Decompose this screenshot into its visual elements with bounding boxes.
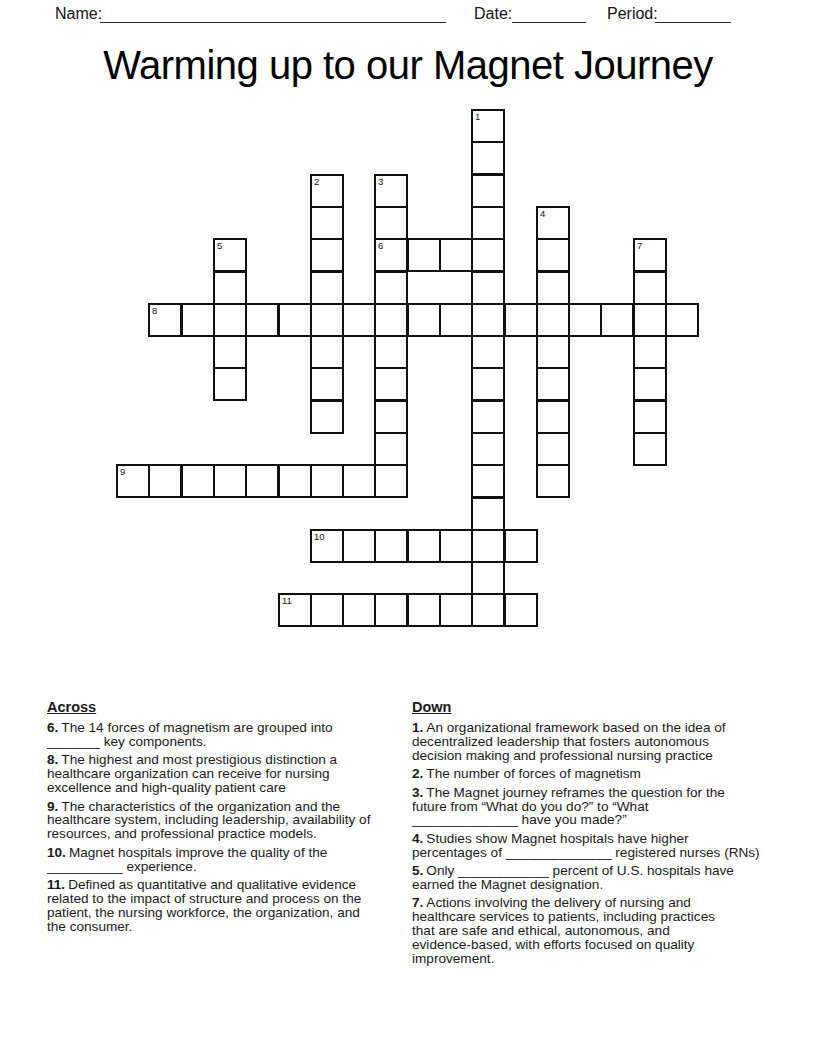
grid-cell[interactable]: 5: [213, 238, 247, 272]
grid-cell[interactable]: [342, 593, 376, 627]
clue-text: Actions involving the delivery of nursin…: [412, 895, 715, 966]
clue-text: Studies show Magnet hospitals have highe…: [412, 831, 760, 860]
clue: 1.An organizational framework based on t…: [412, 721, 784, 763]
grid-cell[interactable]: [471, 367, 505, 401]
grid-cell[interactable]: [181, 464, 215, 498]
grid-cell[interactable]: [471, 206, 505, 240]
clue-text: Magnet hospitals improve the quality of …: [47, 845, 327, 874]
period-label: Period:: [607, 5, 658, 23]
clue-text: The number of forces of magnetism: [426, 766, 641, 781]
grid-cell[interactable]: [471, 561, 505, 595]
grid-cell[interactable]: [633, 303, 667, 337]
clue-number-label: 7: [637, 240, 642, 251]
grid-cell[interactable]: [439, 303, 473, 337]
grid-cell[interactable]: [633, 271, 667, 305]
grid-cell[interactable]: [633, 367, 667, 401]
clue: 8.The highest and most prestigious disti…: [47, 753, 413, 795]
grid-cell[interactable]: [471, 238, 505, 272]
clue-number: 1.: [412, 720, 426, 735]
clue: 11.Defined as quantitative and qualitati…: [47, 878, 413, 934]
clue: 6.The 14 forces of magnetism are grouped…: [47, 721, 413, 749]
clue-number: 4.: [412, 831, 426, 846]
grid-cell[interactable]: [245, 303, 279, 337]
clue-number: 2.: [412, 766, 426, 781]
grid-cell[interactable]: [310, 271, 344, 305]
grid-cell[interactable]: [439, 529, 473, 563]
clue-number-label: 9: [120, 466, 125, 477]
grid-cell[interactable]: [213, 303, 247, 337]
grid-cell[interactable]: [471, 303, 505, 337]
clue-number-label: 5: [217, 240, 222, 251]
name-blank-line[interactable]: [100, 6, 446, 23]
down-clue-list: 1.An organizational framework based on t…: [412, 721, 784, 966]
grid-cell[interactable]: 1: [471, 109, 505, 143]
grid-cell[interactable]: [374, 400, 408, 434]
grid-cell[interactable]: [568, 303, 602, 337]
grid-cell[interactable]: 9: [116, 464, 150, 498]
across-clues-section: Across 6.The 14 forces of magnetism are …: [47, 699, 413, 938]
grid-cell[interactable]: 3: [374, 174, 408, 208]
grid-cell[interactable]: [342, 464, 376, 498]
clue-number-label: 11: [282, 595, 292, 606]
grid-cell[interactable]: [633, 400, 667, 434]
grid-cell[interactable]: 11: [278, 593, 312, 627]
clue: 7.Actions involving the delivery of nurs…: [412, 896, 784, 966]
clue-number-label: 6: [378, 240, 383, 251]
grid-cell[interactable]: 8: [148, 303, 182, 337]
grid-cell[interactable]: [278, 303, 312, 337]
across-clue-list: 6.The 14 forces of magnetism are grouped…: [47, 721, 413, 934]
grid-cell[interactable]: [600, 303, 634, 337]
grid-cell[interactable]: [471, 593, 505, 627]
clue-number: 8.: [47, 752, 61, 767]
grid-cell[interactable]: [374, 432, 408, 466]
grid-cell[interactable]: [374, 593, 408, 627]
grid-cell[interactable]: [374, 464, 408, 498]
grid-cell[interactable]: [374, 206, 408, 240]
grid-cell[interactable]: [342, 529, 376, 563]
grid-cell[interactable]: [471, 335, 505, 369]
grid-cell[interactable]: [407, 593, 441, 627]
clue-number-label: 10: [314, 531, 325, 542]
period-blank-line[interactable]: [655, 6, 731, 23]
grid-cell[interactable]: [665, 303, 699, 337]
grid-cell[interactable]: [471, 141, 505, 175]
clue: 2.The number of forces of magnetism: [412, 767, 784, 781]
clue-number: 3.: [412, 785, 426, 800]
clue-number-label: 4: [540, 208, 545, 219]
down-header: Down: [412, 699, 784, 715]
date-label: Date:: [474, 5, 512, 23]
grid-cell[interactable]: [374, 271, 408, 305]
grid-cell[interactable]: [181, 303, 215, 337]
clue-number: 9.: [47, 799, 61, 814]
grid-cell[interactable]: [471, 464, 505, 498]
clue: 4.Studies show Magnet hospitals have hig…: [412, 832, 784, 860]
grid-cell[interactable]: [148, 464, 182, 498]
grid-cell[interactable]: [374, 367, 408, 401]
clue-text: The characteristics of the organization …: [47, 799, 370, 842]
grid-cell[interactable]: [310, 464, 344, 498]
clue-text: Only ____________ percent of U.S. hospit…: [412, 863, 734, 892]
grid-cell[interactable]: [633, 432, 667, 466]
crossword-grid: 1234567891011: [117, 110, 717, 640]
clue-number: 6.: [47, 720, 61, 735]
clue-number-label: 1: [475, 111, 480, 122]
grid-cell[interactable]: [504, 303, 538, 337]
grid-cell[interactable]: 2: [310, 174, 344, 208]
clue-text: Defined as quantitative and qualitative …: [47, 877, 361, 934]
grid-cell[interactable]: [374, 529, 408, 563]
grid-cell[interactable]: [245, 464, 279, 498]
grid-cell[interactable]: 10: [310, 529, 344, 563]
across-header: Across: [47, 699, 413, 715]
clue-number: 10.: [47, 845, 69, 860]
clue-text: An organizational framework based on the…: [412, 720, 726, 763]
grid-cell[interactable]: [374, 335, 408, 369]
name-label: Name:: [55, 5, 102, 23]
grid-cell[interactable]: [310, 238, 344, 272]
grid-cell[interactable]: [536, 464, 570, 498]
grid-cell[interactable]: 4: [536, 206, 570, 240]
grid-cell[interactable]: [536, 271, 570, 305]
grid-cell[interactable]: [536, 400, 570, 434]
grid-cell[interactable]: [213, 335, 247, 369]
grid-cell[interactable]: [374, 303, 408, 337]
grid-cell[interactable]: [536, 238, 570, 272]
grid-cell[interactable]: [471, 432, 505, 466]
grid-cell[interactable]: [536, 367, 570, 401]
grid-cell[interactable]: [536, 432, 570, 466]
grid-cell[interactable]: [213, 464, 247, 498]
grid-cell[interactable]: [407, 303, 441, 337]
clue-text: The Magnet journey reframes the question…: [412, 785, 725, 828]
grid-cell[interactable]: [310, 335, 344, 369]
clue: 5.Only ____________ percent of U.S. hosp…: [412, 864, 784, 892]
grid-cell[interactable]: 6: [374, 238, 408, 272]
grid-cell[interactable]: [278, 464, 312, 498]
grid-cell[interactable]: [471, 400, 505, 434]
grid-cell[interactable]: [471, 271, 505, 305]
clue-number: 7.: [412, 895, 426, 910]
clue-text: The highest and most prestigious distinc…: [47, 752, 337, 795]
grid-cell[interactable]: [310, 400, 344, 434]
grid-cell[interactable]: [471, 174, 505, 208]
clue-text: The 14 forces of magnetism are grouped i…: [47, 720, 333, 749]
clue-number-label: 3: [378, 176, 383, 187]
grid-cell[interactable]: [471, 497, 505, 531]
grid-cell[interactable]: [342, 303, 376, 337]
grid-cell[interactable]: [407, 529, 441, 563]
grid-cell[interactable]: [213, 271, 247, 305]
clue-number: 11.: [47, 877, 68, 892]
grid-cell[interactable]: [213, 367, 247, 401]
grid-cell[interactable]: [439, 238, 473, 272]
page-title: Warming up to our Magnet Journey: [0, 42, 816, 88]
grid-cell[interactable]: [471, 529, 505, 563]
worksheet-page: Name: Date: Period: Warming up to our Ma…: [0, 0, 816, 1056]
grid-cell[interactable]: [310, 367, 344, 401]
grid-cell[interactable]: [407, 238, 441, 272]
grid-cell[interactable]: [536, 303, 570, 337]
clue-number: 5.: [412, 863, 426, 878]
grid-cell[interactable]: [310, 593, 344, 627]
clue: 10.Magnet hospitals improve the quality …: [47, 846, 413, 874]
clue: 3.The Magnet journey reframes the questi…: [412, 786, 784, 828]
grid-cell[interactable]: [504, 529, 538, 563]
clue-number-label: 2: [314, 176, 319, 187]
down-clues-section: Down 1.An organizational framework based…: [412, 699, 784, 971]
grid-cell[interactable]: [439, 593, 473, 627]
clue: 9.The characteristics of the organizatio…: [47, 800, 413, 842]
grid-cell[interactable]: [310, 303, 344, 337]
grid-cell[interactable]: [633, 335, 667, 369]
grid-cell[interactable]: 7: [633, 238, 667, 272]
date-blank-line[interactable]: [512, 6, 586, 23]
grid-cell[interactable]: [504, 593, 538, 627]
grid-cell[interactable]: [310, 206, 344, 240]
grid-cell[interactable]: [536, 335, 570, 369]
clue-number-label: 8: [152, 305, 157, 316]
